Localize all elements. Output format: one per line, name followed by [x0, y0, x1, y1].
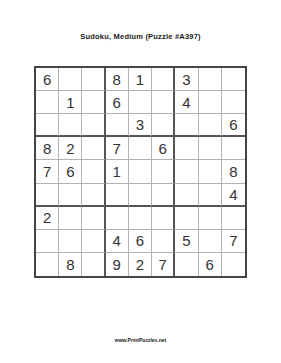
cell-r9c9	[222, 253, 245, 276]
cell-r8c9: 7	[222, 230, 245, 253]
cell-r6c9: 4	[222, 184, 245, 207]
cell-r7c5	[129, 207, 152, 230]
cell-r7c1: 2	[36, 207, 59, 230]
cell-r6c8	[199, 184, 222, 207]
footer-site-url: www.PrintPuzzles.net	[0, 337, 281, 343]
cell-r4c5	[129, 137, 152, 160]
cell-r8c2	[59, 230, 82, 253]
cell-r7c3	[82, 207, 105, 230]
cell-r5c7	[175, 160, 198, 183]
cell-r4c4: 7	[106, 137, 129, 160]
cell-r4c2: 2	[59, 137, 82, 160]
page-title: Sudoku, Medium (Puzzle #A397)	[0, 32, 281, 41]
cell-r8c4: 4	[106, 230, 129, 253]
cell-r2c4: 6	[106, 91, 129, 114]
cell-r8c5: 6	[129, 230, 152, 253]
cell-r1c9	[222, 68, 245, 91]
cell-r8c3	[82, 230, 105, 253]
cell-r2c8	[199, 91, 222, 114]
cell-r7c8	[199, 207, 222, 230]
cell-r9c6: 7	[152, 253, 175, 276]
cell-r5c2: 6	[59, 160, 82, 183]
cell-r6c2	[59, 184, 82, 207]
cell-r3c7	[175, 114, 198, 137]
cell-r8c8	[199, 230, 222, 253]
cell-r9c2: 8	[59, 253, 82, 276]
cell-r5c5	[129, 160, 152, 183]
cell-r6c1	[36, 184, 59, 207]
cell-r6c5	[129, 184, 152, 207]
cell-r9c8: 6	[199, 253, 222, 276]
cell-r1c4: 8	[106, 68, 129, 91]
cell-r4c7	[175, 137, 198, 160]
cell-r9c3	[82, 253, 105, 276]
cell-r3c6	[152, 114, 175, 137]
cell-r2c1	[36, 91, 59, 114]
cell-r5c9: 8	[222, 160, 245, 183]
cell-r7c9	[222, 207, 245, 230]
cell-r3c1	[36, 114, 59, 137]
cell-r1c1: 6	[36, 68, 59, 91]
cell-r4c8	[199, 137, 222, 160]
cell-r2c6	[152, 91, 175, 114]
cell-r1c6	[152, 68, 175, 91]
cell-r8c1	[36, 230, 59, 253]
cell-r1c5: 1	[129, 68, 152, 91]
cell-r3c3	[82, 114, 105, 137]
cell-r9c5: 2	[129, 253, 152, 276]
cell-r2c9	[222, 91, 245, 114]
sudoku-grid: 6813164368276761842465789276	[34, 66, 247, 278]
cell-r8c6	[152, 230, 175, 253]
cell-r7c6	[152, 207, 175, 230]
cell-r7c4	[106, 207, 129, 230]
cell-r2c3	[82, 91, 105, 114]
cell-r4c6: 6	[152, 137, 175, 160]
cell-r7c2	[59, 207, 82, 230]
cell-r5c4: 1	[106, 160, 129, 183]
cell-r9c7	[175, 253, 198, 276]
cell-r5c3	[82, 160, 105, 183]
cell-r3c4	[106, 114, 129, 137]
cell-r3c9: 6	[222, 114, 245, 137]
cell-r6c6	[152, 184, 175, 207]
cell-r1c2	[59, 68, 82, 91]
cell-r1c3	[82, 68, 105, 91]
cell-r3c2	[59, 114, 82, 137]
cell-r2c7: 4	[175, 91, 198, 114]
cell-r5c6	[152, 160, 175, 183]
cell-r9c1	[36, 253, 59, 276]
cell-r6c4	[106, 184, 129, 207]
cell-r8c7: 5	[175, 230, 198, 253]
cell-r7c7	[175, 207, 198, 230]
cell-r3c8	[199, 114, 222, 137]
cell-r3c5: 3	[129, 114, 152, 137]
cell-r4c9	[222, 137, 245, 160]
cell-r9c4: 9	[106, 253, 129, 276]
cell-r1c8	[199, 68, 222, 91]
cell-r2c2: 1	[59, 91, 82, 114]
cell-r2c5	[129, 91, 152, 114]
cell-r1c7: 3	[175, 68, 198, 91]
cell-r4c1: 8	[36, 137, 59, 160]
cell-r5c1: 7	[36, 160, 59, 183]
cell-r6c7	[175, 184, 198, 207]
cell-r6c3	[82, 184, 105, 207]
cell-r4c3	[82, 137, 105, 160]
cell-r5c8	[199, 160, 222, 183]
